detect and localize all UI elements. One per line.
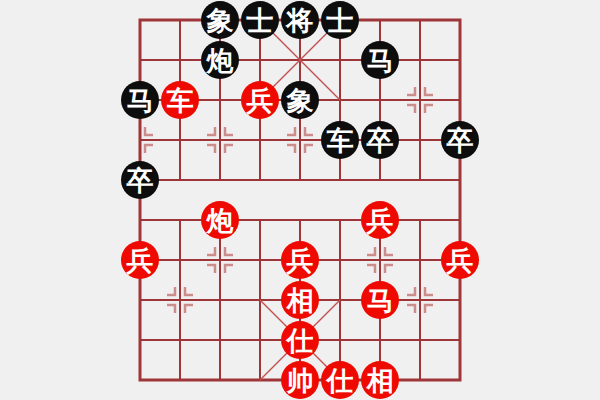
piece-black-horse[interactable]: 马 [361, 41, 399, 79]
piece-red-elephant[interactable]: 相 [281, 281, 319, 319]
piece-red-advisor[interactable]: 仕 [321, 361, 359, 399]
piece-red-cannon[interactable]: 炮 [201, 201, 239, 239]
piece-grid: 象士将士炮马马车兵象车卒卒卒炮兵兵兵兵相马仕帅仕相 [120, 0, 480, 400]
piece-red-soldier[interactable]: 兵 [441, 241, 479, 279]
piece-red-advisor[interactable]: 仕 [281, 321, 319, 359]
piece-black-advisor[interactable]: 士 [321, 1, 359, 39]
piece-red-soldier[interactable]: 兵 [121, 241, 159, 279]
piece-red-elephant[interactable]: 相 [361, 361, 399, 399]
piece-red-soldier[interactable]: 兵 [241, 81, 279, 119]
piece-red-general[interactable]: 帅 [281, 361, 319, 399]
piece-black-soldier[interactable]: 卒 [121, 161, 159, 199]
piece-red-horse[interactable]: 马 [361, 281, 399, 319]
piece-black-cannon[interactable]: 炮 [201, 41, 239, 79]
piece-black-horse[interactable]: 马 [121, 81, 159, 119]
piece-red-soldier[interactable]: 兵 [361, 201, 399, 239]
piece-black-advisor[interactable]: 士 [241, 1, 279, 39]
piece-black-elephant[interactable]: 象 [201, 1, 239, 39]
piece-red-soldier[interactable]: 兵 [281, 241, 319, 279]
piece-black-elephant[interactable]: 象 [281, 81, 319, 119]
xiangqi-board: 象士将士炮马马车兵象车卒卒卒炮兵兵兵兵相马仕帅仕相 [0, 0, 600, 400]
piece-black-soldier[interactable]: 卒 [441, 121, 479, 159]
piece-black-soldier[interactable]: 卒 [361, 121, 399, 159]
piece-black-chariot[interactable]: 车 [321, 121, 359, 159]
piece-black-general[interactable]: 将 [281, 1, 319, 39]
piece-red-chariot[interactable]: 车 [161, 81, 199, 119]
